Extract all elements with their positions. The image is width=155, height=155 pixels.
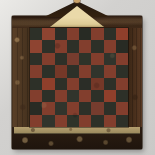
board-square: [67, 40, 79, 52]
board-square: [42, 78, 54, 90]
board-square: [30, 102, 42, 114]
board-square: [55, 78, 67, 90]
frame-bottom-rail: [12, 127, 142, 149]
board-square: [79, 28, 91, 40]
photo-background: [0, 0, 155, 155]
board-square: [30, 53, 42, 65]
board-square: [79, 102, 91, 114]
board-square: [91, 102, 103, 114]
board-square: [30, 28, 42, 40]
board-square: [55, 65, 67, 77]
board-square: [116, 102, 128, 114]
board-square: [116, 90, 128, 102]
board-square: [79, 65, 91, 77]
board-square: [67, 90, 79, 102]
board-square: [55, 102, 67, 114]
board-square: [104, 115, 116, 127]
board-square: [104, 53, 116, 65]
board-square: [91, 40, 103, 52]
board-square: [91, 90, 103, 102]
board-square: [91, 28, 103, 40]
board-square: [104, 78, 116, 90]
board-square: [67, 115, 79, 127]
inner-frame-bottom-edge: [14, 127, 140, 134]
board-square: [116, 40, 128, 52]
board-square: [116, 53, 128, 65]
frame-right-rail: [127, 28, 142, 127]
board-square: [42, 102, 54, 114]
board-square: [30, 90, 42, 102]
board-square: [79, 78, 91, 90]
board-square: [91, 115, 103, 127]
board-square: [116, 115, 128, 127]
board-square: [79, 90, 91, 102]
board-square: [42, 53, 54, 65]
board-square: [104, 40, 116, 52]
board-square: [55, 28, 67, 40]
board-square: [116, 65, 128, 77]
board-square: [104, 65, 116, 77]
frame-left-rail: [12, 28, 31, 127]
board-square: [67, 102, 79, 114]
board-square: [79, 40, 91, 52]
board-square: [116, 78, 128, 90]
board-square: [42, 28, 54, 40]
board-square: [67, 78, 79, 90]
board-square: [30, 65, 42, 77]
board-square: [55, 40, 67, 52]
game-board: [12, 16, 142, 149]
board-square: [55, 115, 67, 127]
board-square: [67, 28, 79, 40]
board-square: [91, 53, 103, 65]
board-square: [42, 90, 54, 102]
board-square: [42, 40, 54, 52]
board-square: [30, 78, 42, 90]
board-square: [91, 65, 103, 77]
board-square: [104, 28, 116, 40]
checkerboard-grid: [30, 28, 128, 127]
board-square: [79, 115, 91, 127]
board-square: [67, 53, 79, 65]
board-square: [30, 40, 42, 52]
board-square: [79, 53, 91, 65]
board-square: [42, 65, 54, 77]
board-square: [55, 90, 67, 102]
board-square: [116, 28, 128, 40]
board-square: [42, 115, 54, 127]
board-square: [55, 53, 67, 65]
board-square: [91, 78, 103, 90]
board-square: [104, 102, 116, 114]
board-square: [104, 90, 116, 102]
board-square: [67, 65, 79, 77]
board-square: [30, 115, 42, 127]
